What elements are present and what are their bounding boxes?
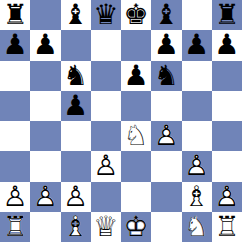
square-a1[interactable]: ♜♖ <box>0 212 30 242</box>
piece-white-bishop[interactable]: ♝♗ <box>61 212 91 242</box>
square-h1[interactable]: ♜♖ <box>212 212 242 242</box>
piece-black-rook[interactable]: ♜ <box>212 0 242 30</box>
square-g5[interactable] <box>182 91 212 121</box>
square-d8[interactable]: ♛ <box>91 0 121 30</box>
square-e6[interactable]: ♟ <box>121 61 151 91</box>
piece-white-pawn[interactable]: ♟♙ <box>212 182 242 212</box>
square-a6[interactable] <box>0 61 30 91</box>
square-a5[interactable] <box>0 91 30 121</box>
piece-black-pawn[interactable]: ♟ <box>61 91 91 121</box>
piece-white-pawn[interactable]: ♟♙ <box>61 182 91 212</box>
square-c8[interactable]: ♝ <box>61 0 91 30</box>
square-e5[interactable] <box>121 91 151 121</box>
piece-white-rook[interactable]: ♜♖ <box>0 212 30 242</box>
square-f7[interactable]: ♟ <box>151 30 181 60</box>
square-e1[interactable]: ♚♔ <box>121 212 151 242</box>
square-e7[interactable] <box>121 30 151 60</box>
square-b4[interactable] <box>30 121 60 151</box>
square-h8[interactable]: ♜ <box>212 0 242 30</box>
white-piece-outline-glyph: ♙ <box>3 183 28 211</box>
white-piece-outline-glyph: ♔ <box>124 213 149 241</box>
white-piece-outline-glyph: ♙ <box>184 152 209 180</box>
piece-black-bishop[interactable]: ♝ <box>61 0 91 30</box>
chess-board: ♜♝♛♚♝♜♟♟♟♟♟♞♟♞♟♞♘♟♙♟♙♟♙♟♙♟♙♟♙♝♗♟♙♜♖♝♗♛♕♚… <box>0 0 242 242</box>
square-a4[interactable] <box>0 121 30 151</box>
square-h4[interactable] <box>212 121 242 151</box>
white-piece-outline-glyph: ♙ <box>214 183 239 211</box>
square-g2[interactable]: ♝♗ <box>182 182 212 212</box>
piece-white-queen[interactable]: ♛♕ <box>91 212 121 242</box>
white-piece-outline-glyph: ♕ <box>93 213 118 241</box>
piece-black-king[interactable]: ♚ <box>121 0 151 30</box>
white-piece-outline-glyph: ♙ <box>154 122 179 150</box>
square-h3[interactable] <box>212 151 242 181</box>
white-piece-outline-glyph: ♖ <box>3 213 28 241</box>
square-c1[interactable]: ♝♗ <box>61 212 91 242</box>
piece-black-bishop[interactable]: ♝ <box>151 0 181 30</box>
square-a8[interactable]: ♜ <box>0 0 30 30</box>
square-c2[interactable]: ♟♙ <box>61 182 91 212</box>
piece-black-pawn[interactable]: ♟ <box>212 30 242 60</box>
white-piece-outline-glyph: ♖ <box>214 213 239 241</box>
square-h2[interactable]: ♟♙ <box>212 182 242 212</box>
piece-white-rook[interactable]: ♜♖ <box>212 212 242 242</box>
square-g4[interactable] <box>182 121 212 151</box>
chess-board-window: ♜♝♛♚♝♜♟♟♟♟♟♞♟♞♟♞♘♟♙♟♙♟♙♟♙♟♙♟♙♝♗♟♙♜♖♝♗♛♕♚… <box>0 0 242 242</box>
square-d2[interactable] <box>91 182 121 212</box>
piece-white-pawn[interactable]: ♟♙ <box>91 151 121 181</box>
square-d1[interactable]: ♛♕ <box>91 212 121 242</box>
square-b8[interactable] <box>30 0 60 30</box>
piece-black-knight[interactable]: ♞ <box>61 61 91 91</box>
square-c7[interactable] <box>61 30 91 60</box>
square-g7[interactable]: ♟ <box>182 30 212 60</box>
piece-black-pawn[interactable]: ♟ <box>151 30 181 60</box>
square-e4[interactable]: ♞♘ <box>121 121 151 151</box>
square-b3[interactable] <box>30 151 60 181</box>
square-f5[interactable] <box>151 91 181 121</box>
piece-white-knight[interactable]: ♞♘ <box>121 121 151 151</box>
square-b7[interactable]: ♟ <box>30 30 60 60</box>
square-g3[interactable]: ♟♙ <box>182 151 212 181</box>
piece-white-pawn[interactable]: ♟♙ <box>151 121 181 151</box>
white-piece-outline-glyph: ♘ <box>184 213 209 241</box>
square-c4[interactable] <box>61 121 91 151</box>
square-d4[interactable] <box>91 121 121 151</box>
square-d3[interactable]: ♟♙ <box>91 151 121 181</box>
piece-white-bishop[interactable]: ♝♗ <box>182 182 212 212</box>
square-b2[interactable]: ♟♙ <box>30 182 60 212</box>
square-e2[interactable] <box>121 182 151 212</box>
piece-black-rook[interactable]: ♜ <box>0 0 30 30</box>
piece-black-pawn[interactable]: ♟ <box>30 30 60 60</box>
square-b6[interactable] <box>30 61 60 91</box>
square-f1[interactable] <box>151 212 181 242</box>
square-f2[interactable] <box>151 182 181 212</box>
square-b1[interactable] <box>30 212 60 242</box>
square-h6[interactable] <box>212 61 242 91</box>
square-a2[interactable]: ♟♙ <box>0 182 30 212</box>
square-g1[interactable]: ♞♘ <box>182 212 212 242</box>
square-g8[interactable] <box>182 0 212 30</box>
piece-black-queen[interactable]: ♛ <box>91 0 121 30</box>
square-h5[interactable] <box>212 91 242 121</box>
square-c3[interactable] <box>61 151 91 181</box>
square-a3[interactable] <box>0 151 30 181</box>
piece-white-pawn[interactable]: ♟♙ <box>182 151 212 181</box>
square-c6[interactable]: ♞ <box>61 61 91 91</box>
white-piece-outline-glyph: ♙ <box>93 152 118 180</box>
square-f8[interactable]: ♝ <box>151 0 181 30</box>
square-f6[interactable]: ♞ <box>151 61 181 91</box>
square-d6[interactable] <box>91 61 121 91</box>
square-g6[interactable] <box>182 61 212 91</box>
white-piece-outline-glyph: ♙ <box>63 183 88 211</box>
square-e3[interactable] <box>121 151 151 181</box>
piece-white-knight[interactable]: ♞♘ <box>182 212 212 242</box>
white-piece-outline-glyph: ♗ <box>184 183 209 211</box>
square-d7[interactable] <box>91 30 121 60</box>
square-h7[interactable]: ♟ <box>212 30 242 60</box>
square-c5[interactable]: ♟ <box>61 91 91 121</box>
piece-white-king[interactable]: ♚♔ <box>121 212 151 242</box>
square-f4[interactable]: ♟♙ <box>151 121 181 151</box>
square-a7[interactable]: ♟ <box>0 30 30 60</box>
square-f3[interactable] <box>151 151 181 181</box>
piece-black-pawn[interactable]: ♟ <box>182 30 212 60</box>
square-d5[interactable] <box>91 91 121 121</box>
piece-black-knight[interactable]: ♞ <box>151 61 181 91</box>
square-b5[interactable] <box>30 91 60 121</box>
piece-black-pawn[interactable]: ♟ <box>0 30 30 60</box>
piece-black-pawn[interactable]: ♟ <box>121 61 151 91</box>
piece-white-pawn[interactable]: ♟♙ <box>30 182 60 212</box>
white-piece-outline-glyph: ♘ <box>124 122 149 150</box>
square-e8[interactable]: ♚ <box>121 0 151 30</box>
white-piece-outline-glyph: ♙ <box>33 183 58 211</box>
white-piece-outline-glyph: ♗ <box>63 213 88 241</box>
piece-white-pawn[interactable]: ♟♙ <box>0 182 30 212</box>
